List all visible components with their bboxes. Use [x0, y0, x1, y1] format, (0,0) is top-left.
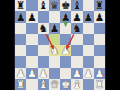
square-g2[interactable]: ♟: [83, 68, 94, 79]
square-b7[interactable]: ♟: [26, 11, 37, 22]
square-f5[interactable]: [71, 34, 82, 45]
piece-black-king-e8[interactable]: ♚: [61, 0, 70, 10]
piece-black-bishop-c8[interactable]: ♝: [38, 0, 47, 10]
square-e4[interactable]: ♟: [60, 45, 71, 56]
piece-white-pawn-a2[interactable]: ♟: [16, 67, 25, 78]
letterbox-right: [105, 0, 120, 90]
piece-white-knight-d4[interactable]: ♞: [50, 45, 59, 56]
square-c6[interactable]: ♞: [38, 23, 49, 34]
square-f4[interactable]: [71, 45, 82, 56]
piece-white-queen-d1[interactable]: ♛: [50, 79, 59, 90]
square-d4[interactable]: ♞: [49, 45, 60, 56]
square-e1[interactable]: ♚: [60, 79, 71, 90]
square-a1[interactable]: ♜: [15, 79, 26, 90]
piece-black-knight-f6[interactable]: ♞: [72, 22, 81, 33]
square-d8[interactable]: ♛: [49, 0, 60, 11]
square-a6[interactable]: [15, 23, 26, 34]
piece-black-pawn-b7[interactable]: ♟: [27, 11, 36, 22]
piece-white-pawn-g2[interactable]: ♟: [83, 67, 92, 78]
square-a5[interactable]: [15, 34, 26, 45]
square-e7[interactable]: ♟: [60, 11, 71, 22]
piece-black-pawn-f7[interactable]: ♟: [72, 11, 81, 22]
piece-white-king-e1[interactable]: ♚: [61, 79, 70, 90]
square-h6[interactable]: [94, 23, 105, 34]
square-b5[interactable]: [26, 34, 37, 45]
piece-black-rook-a8[interactable]: ♜: [16, 0, 25, 10]
piece-white-rook-a1[interactable]: ♜: [16, 79, 25, 90]
chess-board[interactable]: ♜♝♛♚♝♜♟♟♟♟♟♟♞♟♞♞♟♟♟♟♟♟♟♜♝♛♚♝♜: [15, 0, 105, 90]
square-g5[interactable]: [83, 34, 94, 45]
square-g7[interactable]: ♟: [83, 11, 94, 22]
piece-black-pawn-g7[interactable]: ♟: [83, 11, 92, 22]
square-g4[interactable]: [83, 45, 94, 56]
square-d1[interactable]: ♛: [49, 79, 60, 90]
piece-black-pawn-e7[interactable]: ♟: [61, 11, 70, 22]
piece-white-rook-h1[interactable]: ♜: [95, 79, 104, 90]
piece-white-pawn-e4[interactable]: ♟: [61, 45, 70, 56]
piece-black-pawn-d6[interactable]: ♟: [50, 22, 59, 33]
piece-black-queen-d8[interactable]: ♛: [50, 0, 59, 10]
square-e3[interactable]: [60, 56, 71, 67]
piece-white-bishop-f1[interactable]: ♝: [72, 79, 81, 90]
piece-white-pawn-b2[interactable]: ♟: [27, 67, 36, 78]
square-a4[interactable]: [15, 45, 26, 56]
square-f1[interactable]: ♝: [71, 79, 82, 90]
square-c1[interactable]: ♝: [38, 79, 49, 90]
square-c5[interactable]: [38, 34, 49, 45]
piece-white-pawn-h2[interactable]: ♟: [95, 67, 104, 78]
piece-black-bishop-f8[interactable]: ♝: [72, 0, 81, 10]
square-h4[interactable]: [94, 45, 105, 56]
square-d6[interactable]: ♟: [49, 23, 60, 34]
square-g1[interactable]: [83, 79, 94, 90]
piece-black-pawn-a7[interactable]: ♟: [16, 11, 25, 22]
square-h5[interactable]: [94, 34, 105, 45]
square-b6[interactable]: [26, 23, 37, 34]
square-e6[interactable]: [60, 23, 71, 34]
square-b1[interactable]: [26, 79, 37, 90]
piece-white-pawn-f2[interactable]: ♟: [72, 67, 81, 78]
square-c8[interactable]: ♝: [38, 0, 49, 11]
square-c4[interactable]: [38, 45, 49, 56]
piece-white-pawn-c2[interactable]: ♟: [38, 67, 47, 78]
square-a7[interactable]: ♟: [15, 11, 26, 22]
piece-black-knight-c6[interactable]: ♞: [38, 22, 47, 33]
square-f6[interactable]: ♞: [71, 23, 82, 34]
square-b2[interactable]: ♟: [26, 68, 37, 79]
piece-white-bishop-c1[interactable]: ♝: [38, 79, 47, 90]
square-g6[interactable]: [83, 23, 94, 34]
letterbox-left: [0, 0, 15, 90]
piece-black-pawn-h7[interactable]: ♟: [95, 11, 104, 22]
piece-black-rook-h8[interactable]: ♜: [95, 0, 104, 10]
square-d3[interactable]: [49, 56, 60, 67]
square-h1[interactable]: ♜: [94, 79, 105, 90]
square-h7[interactable]: ♟: [94, 11, 105, 22]
square-b4[interactable]: [26, 45, 37, 56]
